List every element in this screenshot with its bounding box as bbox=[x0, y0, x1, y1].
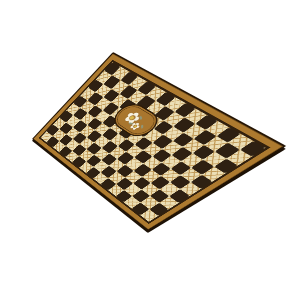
rug-inner-line bbox=[39, 60, 271, 224]
leaf-icon bbox=[139, 116, 142, 120]
checkered-rug-board[interactable]: ✿ ✿ bbox=[32, 52, 286, 231]
checkerboard-field bbox=[41, 62, 266, 222]
flower-center-dot bbox=[133, 125, 137, 128]
leaf-icon bbox=[141, 125, 143, 129]
rug-border-band bbox=[33, 54, 283, 230]
flower-center-dot bbox=[129, 115, 135, 120]
rug-scene: ✿ ✿ bbox=[0, 0, 292, 292]
leaf-icon bbox=[128, 122, 133, 124]
